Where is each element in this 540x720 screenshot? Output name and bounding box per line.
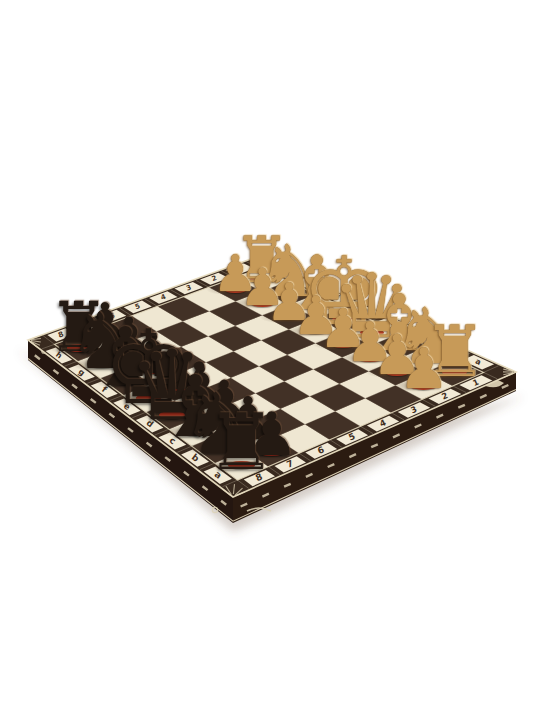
piece-glyph: ♟ [399, 341, 449, 397]
piece-glyph: ♜ [207, 404, 277, 482]
chess-set-photo: aabbccddeeffgghh8877665544332211 ♜♟♞♟♝♟♚… [0, 0, 540, 720]
pieces-layer: ♜♟♞♟♝♟♚♟♛♟♟♝♜♟♟♞♞♟♟♜♝♟♟♚♟♛♟♝♟♞♟♜ [0, 0, 540, 720]
